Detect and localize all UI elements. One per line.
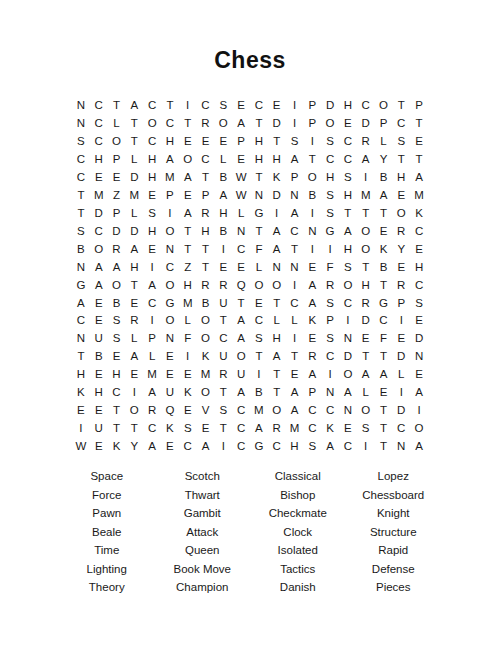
grid-cell[interactable]: R — [392, 223, 410, 241]
grid-cell[interactable]: R — [197, 205, 215, 223]
grid-cell[interactable]: D — [392, 402, 410, 420]
grid-cell[interactable]: S — [392, 133, 410, 151]
grid-cell[interactable]: H — [339, 187, 357, 205]
grid-cell[interactable]: C — [161, 258, 179, 276]
grid-cell[interactable]: E — [214, 258, 232, 276]
grid-cell[interactable]: O — [179, 151, 197, 169]
grid-cell[interactable]: A — [72, 294, 90, 312]
grid-cell[interactable]: L — [250, 258, 268, 276]
grid-cell[interactable]: A — [125, 97, 143, 115]
grid-cell[interactable]: L — [125, 151, 143, 169]
grid-cell[interactable]: I — [357, 169, 375, 187]
grid-cell[interactable]: T — [410, 115, 428, 133]
grid-cell[interactable]: A — [90, 276, 108, 294]
grid-cell[interactable]: N — [321, 384, 339, 402]
grid-cell[interactable]: T — [250, 115, 268, 133]
grid-cell[interactable]: I — [410, 402, 428, 420]
grid-cell[interactable]: O — [321, 115, 339, 133]
grid-cell[interactable]: A — [197, 438, 215, 456]
grid-cell[interactable]: O — [410, 420, 428, 438]
grid-cell[interactable]: E — [90, 294, 108, 312]
grid-cell[interactable]: N — [286, 258, 304, 276]
grid-cell[interactable]: S — [357, 420, 375, 438]
grid-cell[interactable]: K — [268, 169, 286, 187]
grid-cell[interactable]: E — [179, 402, 197, 420]
grid-cell[interactable]: L — [392, 366, 410, 384]
grid-cell[interactable]: N — [250, 187, 268, 205]
grid-cell[interactable]: Y — [392, 241, 410, 259]
grid-cell[interactable]: U — [161, 384, 179, 402]
grid-cell[interactable]: P — [375, 115, 393, 133]
grid-cell[interactable]: B — [214, 223, 232, 241]
grid-cell[interactable]: S — [321, 205, 339, 223]
grid-cell[interactable]: T — [179, 223, 197, 241]
grid-cell[interactable]: O — [339, 366, 357, 384]
grid-cell[interactable]: C — [250, 97, 268, 115]
grid-cell[interactable]: E — [410, 312, 428, 330]
grid-cell[interactable]: N — [392, 438, 410, 456]
grid-cell[interactable]: B — [72, 241, 90, 259]
grid-cell[interactable]: T — [392, 97, 410, 115]
grid-cell[interactable]: C — [90, 115, 108, 133]
grid-cell[interactable]: I — [339, 312, 357, 330]
grid-cell[interactable]: T — [375, 420, 393, 438]
grid-cell[interactable]: I — [392, 384, 410, 402]
grid-cell[interactable]: A — [339, 223, 357, 241]
grid-cell[interactable]: S — [286, 133, 304, 151]
grid-cell[interactable]: A — [125, 348, 143, 366]
grid-cell[interactable]: Q — [161, 402, 179, 420]
grid-cell[interactable]: I — [250, 366, 268, 384]
grid-cell[interactable]: O — [375, 97, 393, 115]
grid-cell[interactable]: C — [321, 151, 339, 169]
grid-cell[interactable]: O — [90, 241, 108, 259]
grid-cell[interactable]: N — [72, 115, 90, 133]
grid-cell[interactable]: E — [339, 420, 357, 438]
grid-cell[interactable]: G — [321, 223, 339, 241]
grid-cell[interactable]: A — [143, 384, 161, 402]
grid-cell[interactable]: G — [250, 438, 268, 456]
grid-cell[interactable]: E — [125, 294, 143, 312]
grid-cell[interactable]: O — [108, 133, 126, 151]
grid-cell[interactable]: K — [375, 241, 393, 259]
grid-cell[interactable]: T — [250, 223, 268, 241]
grid-cell[interactable]: P — [286, 169, 304, 187]
grid-cell[interactable]: T — [375, 402, 393, 420]
grid-cell[interactable]: I — [303, 241, 321, 259]
grid-cell[interactable]: C — [90, 97, 108, 115]
grid-cell[interactable]: E — [214, 133, 232, 151]
grid-cell[interactable]: H — [250, 133, 268, 151]
grid-cell[interactable]: T — [72, 348, 90, 366]
grid-cell[interactable]: H — [125, 258, 143, 276]
grid-cell[interactable]: W — [232, 169, 250, 187]
grid-cell[interactable]: R — [197, 115, 215, 133]
grid-cell[interactable]: O — [268, 276, 286, 294]
grid-cell[interactable]: Z — [108, 187, 126, 205]
grid-cell[interactable]: C — [143, 97, 161, 115]
grid-cell[interactable]: C — [72, 169, 90, 187]
grid-cell[interactable]: C — [321, 348, 339, 366]
grid-cell[interactable]: D — [125, 223, 143, 241]
grid-cell[interactable]: I — [72, 420, 90, 438]
grid-cell[interactable]: O — [161, 223, 179, 241]
grid-cell[interactable]: L — [214, 151, 232, 169]
grid-cell[interactable]: E — [90, 366, 108, 384]
grid-cell[interactable]: I — [179, 97, 197, 115]
grid-cell[interactable]: I — [357, 438, 375, 456]
grid-cell[interactable]: D — [339, 348, 357, 366]
grid-cell[interactable]: H — [357, 276, 375, 294]
grid-cell[interactable]: E — [108, 169, 126, 187]
grid-cell[interactable]: M — [250, 402, 268, 420]
grid-cell[interactable]: H — [339, 97, 357, 115]
grid-cell[interactable]: C — [303, 420, 321, 438]
grid-cell[interactable]: K — [410, 205, 428, 223]
grid-cell[interactable]: O — [161, 312, 179, 330]
grid-cell[interactable]: O — [357, 223, 375, 241]
grid-cell[interactable]: E — [392, 330, 410, 348]
grid-cell[interactable]: H — [143, 169, 161, 187]
grid-cell[interactable]: Y — [375, 151, 393, 169]
grid-cell[interactable]: E — [375, 384, 393, 402]
grid-cell[interactable]: T — [72, 205, 90, 223]
grid-cell[interactable]: M — [357, 187, 375, 205]
grid-cell[interactable]: U — [232, 366, 250, 384]
grid-cell[interactable]: C — [143, 420, 161, 438]
grid-cell[interactable]: P — [197, 187, 215, 205]
grid-cell[interactable]: E — [161, 438, 179, 456]
grid-cell[interactable]: T — [392, 151, 410, 169]
grid-cell[interactable]: I — [179, 348, 197, 366]
grid-cell[interactable]: C — [232, 241, 250, 259]
grid-cell[interactable]: A — [143, 276, 161, 294]
grid-cell[interactable]: C — [339, 151, 357, 169]
grid-cell[interactable]: F — [375, 330, 393, 348]
grid-cell[interactable]: T — [286, 348, 304, 366]
grid-cell[interactable]: L — [125, 330, 143, 348]
grid-cell[interactable]: A — [268, 241, 286, 259]
grid-cell[interactable]: I — [143, 312, 161, 330]
grid-cell[interactable]: C — [72, 312, 90, 330]
grid-cell[interactable]: W — [72, 438, 90, 456]
grid-cell[interactable]: E — [410, 133, 428, 151]
grid-cell[interactable]: S — [108, 330, 126, 348]
grid-cell[interactable]: B — [375, 258, 393, 276]
grid-cell[interactable]: N — [268, 258, 286, 276]
grid-cell[interactable]: T — [375, 348, 393, 366]
grid-cell[interactable]: C — [392, 420, 410, 438]
grid-cell[interactable]: A — [303, 276, 321, 294]
grid-cell[interactable]: A — [303, 294, 321, 312]
grid-cell[interactable]: K — [161, 420, 179, 438]
grid-cell[interactable]: E — [357, 330, 375, 348]
grid-cell[interactable]: A — [214, 187, 232, 205]
grid-cell[interactable]: H — [143, 223, 161, 241]
grid-cell[interactable]: S — [72, 133, 90, 151]
grid-cell[interactable]: E — [108, 348, 126, 366]
grid-cell[interactable]: M — [197, 366, 215, 384]
grid-cell[interactable]: A — [357, 151, 375, 169]
grid-cell[interactable]: S — [321, 294, 339, 312]
grid-cell[interactable]: A — [321, 438, 339, 456]
grid-cell[interactable]: N — [72, 97, 90, 115]
grid-cell[interactable]: C — [214, 330, 232, 348]
grid-cell[interactable]: A — [410, 169, 428, 187]
grid-cell[interactable]: T — [410, 151, 428, 169]
grid-cell[interactable]: R — [321, 276, 339, 294]
grid-cell[interactable]: C — [339, 133, 357, 151]
grid-cell[interactable]: I — [268, 205, 286, 223]
grid-cell[interactable]: C — [339, 294, 357, 312]
grid-cell[interactable]: T — [197, 258, 215, 276]
grid-cell[interactable]: T — [125, 420, 143, 438]
grid-cell[interactable]: E — [179, 187, 197, 205]
grid-cell[interactable]: E — [90, 438, 108, 456]
grid-cell[interactable]: E — [179, 366, 197, 384]
grid-cell[interactable]: T — [197, 169, 215, 187]
grid-cell[interactable]: S — [303, 438, 321, 456]
grid-cell[interactable]: L — [108, 115, 126, 133]
grid-cell[interactable]: C — [143, 133, 161, 151]
grid-cell[interactable]: R — [268, 420, 286, 438]
grid-cell[interactable]: N — [161, 241, 179, 259]
grid-cell[interactable]: E — [232, 97, 250, 115]
grid-cell[interactable]: C — [72, 151, 90, 169]
grid-cell[interactable]: L — [143, 348, 161, 366]
grid-cell[interactable]: L — [357, 384, 375, 402]
grid-cell[interactable]: A — [303, 366, 321, 384]
grid-cell[interactable]: T — [125, 276, 143, 294]
grid-cell[interactable]: E — [375, 223, 393, 241]
grid-cell[interactable]: T — [197, 241, 215, 259]
grid-cell[interactable]: K — [179, 384, 197, 402]
grid-cell[interactable]: I — [286, 276, 304, 294]
grid-cell[interactable]: I — [321, 366, 339, 384]
grid-cell[interactable]: S — [214, 402, 232, 420]
grid-cell[interactable]: T — [72, 187, 90, 205]
grid-cell[interactable]: I — [303, 133, 321, 151]
grid-cell[interactable]: B — [250, 384, 268, 402]
grid-cell[interactable]: A — [125, 241, 143, 259]
grid-cell[interactable]: T — [250, 348, 268, 366]
grid-cell[interactable]: C — [161, 115, 179, 133]
grid-cell[interactable]: F — [321, 258, 339, 276]
grid-cell[interactable]: N — [161, 330, 179, 348]
grid-cell[interactable]: A — [232, 384, 250, 402]
grid-cell[interactable]: H — [197, 223, 215, 241]
grid-cell[interactable]: L — [375, 133, 393, 151]
grid-cell[interactable]: E — [410, 366, 428, 384]
grid-cell[interactable]: C — [90, 223, 108, 241]
grid-cell[interactable]: S — [321, 133, 339, 151]
grid-cell[interactable]: R — [303, 348, 321, 366]
grid-cell[interactable]: E — [179, 133, 197, 151]
grid-cell[interactable]: O — [232, 348, 250, 366]
grid-cell[interactable]: O — [143, 115, 161, 133]
grid-cell[interactable]: U — [90, 330, 108, 348]
grid-cell[interactable]: T — [268, 294, 286, 312]
grid-cell[interactable]: P — [321, 312, 339, 330]
grid-cell[interactable]: A — [232, 312, 250, 330]
grid-cell[interactable]: H — [250, 151, 268, 169]
grid-cell[interactable]: S — [250, 330, 268, 348]
grid-cell[interactable]: M — [410, 187, 428, 205]
grid-cell[interactable]: D — [108, 223, 126, 241]
grid-cell[interactable]: D — [321, 97, 339, 115]
grid-cell[interactable]: E — [161, 348, 179, 366]
grid-cell[interactable]: A — [232, 330, 250, 348]
grid-cell[interactable]: T — [286, 241, 304, 259]
grid-cell[interactable]: N — [72, 258, 90, 276]
grid-cell[interactable]: T — [214, 312, 232, 330]
grid-cell[interactable]: C — [250, 312, 268, 330]
grid-cell[interactable]: P — [410, 97, 428, 115]
grid-cell[interactable]: K — [72, 384, 90, 402]
grid-cell[interactable]: C — [375, 312, 393, 330]
grid-cell[interactable]: E — [232, 151, 250, 169]
grid-cell[interactable]: A — [268, 223, 286, 241]
grid-cell[interactable]: I — [286, 115, 304, 133]
grid-cell[interactable]: M — [286, 420, 304, 438]
grid-cell[interactable]: R — [143, 402, 161, 420]
grid-cell[interactable]: C — [232, 420, 250, 438]
grid-cell[interactable]: O — [250, 276, 268, 294]
grid-cell[interactable]: S — [179, 420, 197, 438]
grid-cell[interactable]: P — [232, 133, 250, 151]
grid-cell[interactable]: E — [232, 258, 250, 276]
grid-cell[interactable]: T — [357, 258, 375, 276]
grid-cell[interactable]: V — [197, 402, 215, 420]
grid-cell[interactable]: E — [250, 294, 268, 312]
grid-cell[interactable]: R — [108, 241, 126, 259]
grid-cell[interactable]: D — [357, 115, 375, 133]
grid-cell[interactable]: T — [268, 133, 286, 151]
grid-cell[interactable]: T — [232, 294, 250, 312]
grid-cell[interactable]: N — [232, 223, 250, 241]
grid-cell[interactable]: O — [268, 402, 286, 420]
grid-cell[interactable]: H — [392, 169, 410, 187]
grid-cell[interactable]: B — [197, 294, 215, 312]
grid-cell[interactable]: E — [90, 169, 108, 187]
grid-cell[interactable]: R — [214, 366, 232, 384]
grid-cell[interactable]: P — [303, 384, 321, 402]
grid-cell[interactable]: C — [392, 115, 410, 133]
grid-cell[interactable]: H — [108, 366, 126, 384]
grid-cell[interactable]: Y — [125, 438, 143, 456]
grid-cell[interactable]: N — [303, 223, 321, 241]
grid-cell[interactable]: C — [321, 402, 339, 420]
grid-cell[interactable]: O — [357, 402, 375, 420]
grid-cell[interactable]: M — [90, 187, 108, 205]
grid-cell[interactable]: D — [268, 115, 286, 133]
grid-cell[interactable]: H — [179, 276, 197, 294]
grid-cell[interactable]: E — [143, 187, 161, 205]
grid-cell[interactable]: C — [339, 438, 357, 456]
grid-cell[interactable]: I — [214, 438, 232, 456]
grid-cell[interactable]: K — [303, 312, 321, 330]
grid-cell[interactable]: S — [339, 258, 357, 276]
grid-cell[interactable]: E — [286, 366, 304, 384]
grid-cell[interactable]: L — [125, 205, 143, 223]
grid-cell[interactable]: P — [143, 330, 161, 348]
grid-cell[interactable]: T — [268, 366, 286, 384]
grid-cell[interactable]: I — [143, 258, 161, 276]
grid-cell[interactable]: T — [108, 420, 126, 438]
grid-cell[interactable]: T — [357, 348, 375, 366]
grid-cell[interactable]: B — [303, 187, 321, 205]
grid-cell[interactable]: D — [357, 312, 375, 330]
grid-cell[interactable]: A — [286, 384, 304, 402]
grid-cell[interactable]: A — [179, 169, 197, 187]
grid-cell[interactable]: P — [108, 205, 126, 223]
grid-cell[interactable]: E — [125, 366, 143, 384]
grid-cell[interactable]: T — [161, 97, 179, 115]
grid-cell[interactable]: H — [143, 151, 161, 169]
grid-cell[interactable]: G — [375, 294, 393, 312]
grid-cell[interactable]: H — [90, 384, 108, 402]
grid-cell[interactable]: T — [125, 133, 143, 151]
grid-cell[interactable]: K — [108, 438, 126, 456]
grid-cell[interactable]: E — [161, 366, 179, 384]
grid-cell[interactable]: R — [357, 133, 375, 151]
grid-cell[interactable]: H — [72, 366, 90, 384]
grid-cell[interactable]: T — [108, 97, 126, 115]
grid-cell[interactable]: T — [375, 205, 393, 223]
grid-cell[interactable]: E — [143, 241, 161, 259]
grid-cell[interactable]: T — [357, 205, 375, 223]
grid-cell[interactable]: C — [232, 402, 250, 420]
grid-cell[interactable]: O — [303, 169, 321, 187]
grid-cell[interactable]: E — [339, 115, 357, 133]
grid-cell[interactable]: S — [143, 205, 161, 223]
grid-cell[interactable]: T — [375, 276, 393, 294]
grid-cell[interactable]: S — [321, 330, 339, 348]
grid-cell[interactable]: C — [179, 438, 197, 456]
grid-cell[interactable]: S — [321, 187, 339, 205]
grid-cell[interactable]: P — [108, 151, 126, 169]
grid-cell[interactable]: E — [268, 97, 286, 115]
grid-cell[interactable]: T — [375, 438, 393, 456]
grid-cell[interactable]: A — [268, 348, 286, 366]
grid-cell[interactable]: P — [392, 294, 410, 312]
grid-cell[interactable]: K — [321, 420, 339, 438]
grid-cell[interactable]: O — [392, 205, 410, 223]
grid-cell[interactable]: R — [197, 276, 215, 294]
grid-cell[interactable]: M — [143, 366, 161, 384]
grid-cell[interactable]: A — [108, 258, 126, 276]
grid-cell[interactable]: M — [125, 187, 143, 205]
grid-cell[interactable]: T — [108, 402, 126, 420]
grid-cell[interactable]: C — [197, 151, 215, 169]
grid-cell[interactable]: O — [197, 384, 215, 402]
grid-cell[interactable]: P — [161, 187, 179, 205]
grid-cell[interactable]: D — [392, 348, 410, 366]
grid-cell[interactable]: L — [286, 312, 304, 330]
grid-cell[interactable]: R — [357, 294, 375, 312]
grid-cell[interactable]: S — [214, 97, 232, 115]
grid-cell[interactable]: A — [232, 115, 250, 133]
grid-cell[interactable]: E — [197, 133, 215, 151]
grid-cell[interactable]: C — [143, 294, 161, 312]
grid-cell[interactable]: C — [90, 133, 108, 151]
grid-cell[interactable]: A — [410, 438, 428, 456]
grid-cell[interactable]: E — [303, 258, 321, 276]
grid-cell[interactable]: F — [179, 330, 197, 348]
grid-cell[interactable]: I — [286, 330, 304, 348]
grid-cell[interactable]: T — [268, 384, 286, 402]
grid-cell[interactable]: I — [161, 205, 179, 223]
